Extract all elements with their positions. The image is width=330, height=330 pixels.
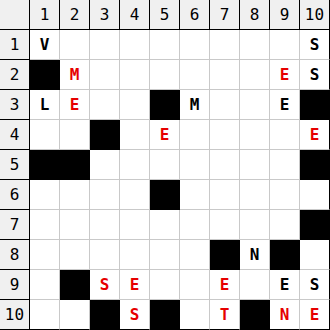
cell-r5-c9[interactable] bbox=[270, 150, 300, 180]
col-header-10: 10 bbox=[300, 0, 330, 30]
row-header-10: 10 bbox=[0, 300, 30, 330]
block-cell-r9-c2 bbox=[60, 270, 90, 300]
cell-r9-c10[interactable]: S bbox=[300, 270, 330, 300]
corner-cell bbox=[0, 0, 30, 30]
col-header-4: 4 bbox=[120, 0, 150, 30]
block-cell-r10-c3 bbox=[90, 300, 120, 330]
cell-r6-c2[interactable] bbox=[60, 180, 90, 210]
col-header-8: 8 bbox=[240, 0, 270, 30]
cell-r10-c10[interactable]: E bbox=[300, 300, 330, 330]
cell-r5-c7[interactable] bbox=[210, 150, 240, 180]
cell-r9-c6[interactable] bbox=[180, 270, 210, 300]
col-header-9: 9 bbox=[270, 0, 300, 30]
cell-r2-c9[interactable]: E bbox=[270, 60, 300, 90]
cell-r2-c3[interactable] bbox=[90, 60, 120, 90]
cell-r1-c7[interactable] bbox=[210, 30, 240, 60]
cell-r5-c3[interactable] bbox=[90, 150, 120, 180]
cell-r6-c1[interactable] bbox=[30, 180, 60, 210]
cell-r1-c6[interactable] bbox=[180, 30, 210, 60]
col-header-2: 2 bbox=[60, 0, 90, 30]
col-header-1: 1 bbox=[30, 0, 60, 30]
block-cell-r7-c10 bbox=[300, 210, 330, 240]
block-cell-r5-c2 bbox=[60, 150, 90, 180]
cell-r3-c1[interactable]: L bbox=[30, 90, 60, 120]
row-header-3: 3 bbox=[0, 90, 30, 120]
cell-r4-c2[interactable] bbox=[60, 120, 90, 150]
cell-r6-c3[interactable] bbox=[90, 180, 120, 210]
cell-r4-c9[interactable] bbox=[270, 120, 300, 150]
cell-r7-c2[interactable] bbox=[60, 210, 90, 240]
cell-r9-c8[interactable] bbox=[240, 270, 270, 300]
cell-r4-c10[interactable]: E bbox=[300, 120, 330, 150]
cell-r8-c4[interactable] bbox=[120, 240, 150, 270]
cell-r9-c3[interactable]: S bbox=[90, 270, 120, 300]
row-header-5: 5 bbox=[0, 150, 30, 180]
cell-r8-c8[interactable]: N bbox=[240, 240, 270, 270]
block-cell-r3-c10 bbox=[300, 90, 330, 120]
col-header-6: 6 bbox=[180, 0, 210, 30]
cell-r9-c1[interactable] bbox=[30, 270, 60, 300]
cell-r6-c10[interactable] bbox=[300, 180, 330, 210]
cell-r7-c9[interactable] bbox=[270, 210, 300, 240]
col-header-3: 3 bbox=[90, 0, 120, 30]
cell-r10-c9[interactable]: N bbox=[270, 300, 300, 330]
cell-r2-c7[interactable] bbox=[210, 60, 240, 90]
cell-r5-c8[interactable] bbox=[240, 150, 270, 180]
block-cell-r2-c1 bbox=[30, 60, 60, 90]
cell-r1-c1[interactable]: V bbox=[30, 30, 60, 60]
cell-r1-c10[interactable]: S bbox=[300, 30, 330, 60]
cell-r7-c1[interactable] bbox=[30, 210, 60, 240]
block-cell-r10-c5 bbox=[150, 300, 180, 330]
row-header-9: 9 bbox=[0, 270, 30, 300]
block-cell-r5-c10 bbox=[300, 150, 330, 180]
cell-r4-c5[interactable]: E bbox=[150, 120, 180, 150]
cell-r4-c8[interactable] bbox=[240, 120, 270, 150]
cell-r1-c2[interactable] bbox=[60, 30, 90, 60]
cell-r8-c5[interactable] bbox=[150, 240, 180, 270]
cell-r2-c6[interactable] bbox=[180, 60, 210, 90]
cell-r8-c1[interactable] bbox=[30, 240, 60, 270]
col-header-7: 7 bbox=[210, 0, 240, 30]
cell-r3-c7[interactable] bbox=[210, 90, 240, 120]
cell-r10-c1[interactable] bbox=[30, 300, 60, 330]
row-header-2: 2 bbox=[0, 60, 30, 90]
cell-r6-c9[interactable] bbox=[270, 180, 300, 210]
cell-r3-c8[interactable] bbox=[240, 90, 270, 120]
cell-r7-c6[interactable] bbox=[180, 210, 210, 240]
col-header-5: 5 bbox=[150, 0, 180, 30]
row-header-1: 1 bbox=[0, 30, 30, 60]
row-header-8: 8 bbox=[0, 240, 30, 270]
cell-r9-c7[interactable]: E bbox=[210, 270, 240, 300]
cell-r6-c4[interactable] bbox=[120, 180, 150, 210]
cell-r4-c1[interactable] bbox=[30, 120, 60, 150]
cell-r2-c2[interactable]: M bbox=[60, 60, 90, 90]
cell-r6-c6[interactable] bbox=[180, 180, 210, 210]
cell-r8-c6[interactable] bbox=[180, 240, 210, 270]
cell-r7-c3[interactable] bbox=[90, 210, 120, 240]
cell-r4-c6[interactable] bbox=[180, 120, 210, 150]
cell-r7-c8[interactable] bbox=[240, 210, 270, 240]
cell-r1-c3[interactable] bbox=[90, 30, 120, 60]
block-cell-r10-c8 bbox=[240, 300, 270, 330]
block-cell-r8-c9 bbox=[270, 240, 300, 270]
cell-r3-c2[interactable]: E bbox=[60, 90, 90, 120]
cell-r4-c4[interactable] bbox=[120, 120, 150, 150]
cell-r4-c7[interactable] bbox=[210, 120, 240, 150]
block-cell-r5-c1 bbox=[30, 150, 60, 180]
cell-r1-c4[interactable] bbox=[120, 30, 150, 60]
cell-r5-c4[interactable] bbox=[120, 150, 150, 180]
cell-r3-c4[interactable] bbox=[120, 90, 150, 120]
cell-r6-c7[interactable] bbox=[210, 180, 240, 210]
cell-r7-c5[interactable] bbox=[150, 210, 180, 240]
row-header-4: 4 bbox=[0, 120, 30, 150]
cell-r9-c4[interactable]: E bbox=[120, 270, 150, 300]
cell-r7-c7[interactable] bbox=[210, 210, 240, 240]
cell-r8-c10[interactable] bbox=[300, 240, 330, 270]
cell-r3-c3[interactable] bbox=[90, 90, 120, 120]
cell-r10-c4[interactable]: S bbox=[120, 300, 150, 330]
cell-r6-c8[interactable] bbox=[240, 180, 270, 210]
cell-r3-c6[interactable]: M bbox=[180, 90, 210, 120]
cell-r10-c2[interactable] bbox=[60, 300, 90, 330]
cell-r2-c5[interactable] bbox=[150, 60, 180, 90]
row-header-7: 7 bbox=[0, 210, 30, 240]
cell-r1-c9[interactable] bbox=[270, 30, 300, 60]
cell-r5-c6[interactable] bbox=[180, 150, 210, 180]
cell-r9-c9[interactable]: E bbox=[270, 270, 300, 300]
row-header-6: 6 bbox=[0, 180, 30, 210]
cell-r2-c8[interactable] bbox=[240, 60, 270, 90]
cell-r9-c5[interactable] bbox=[150, 270, 180, 300]
cell-r2-c10[interactable]: S bbox=[300, 60, 330, 90]
cell-r1-c5[interactable] bbox=[150, 30, 180, 60]
cell-r5-c5[interactable] bbox=[150, 150, 180, 180]
cell-r10-c7[interactable]: T bbox=[210, 300, 240, 330]
block-cell-r6-c5 bbox=[150, 180, 180, 210]
block-cell-r4-c3 bbox=[90, 120, 120, 150]
cell-r1-c8[interactable] bbox=[240, 30, 270, 60]
cell-r2-c4[interactable] bbox=[120, 60, 150, 90]
cell-r3-c9[interactable]: E bbox=[270, 90, 300, 120]
block-cell-r3-c5 bbox=[150, 90, 180, 120]
cell-r10-c6[interactable] bbox=[180, 300, 210, 330]
block-cell-r8-c7 bbox=[210, 240, 240, 270]
cell-r8-c2[interactable] bbox=[60, 240, 90, 270]
cell-r8-c3[interactable] bbox=[90, 240, 120, 270]
cell-r7-c4[interactable] bbox=[120, 210, 150, 240]
puzzle-board: 123456789101VS2MES3LEME4EE5678N9SEEES10S… bbox=[0, 0, 330, 330]
